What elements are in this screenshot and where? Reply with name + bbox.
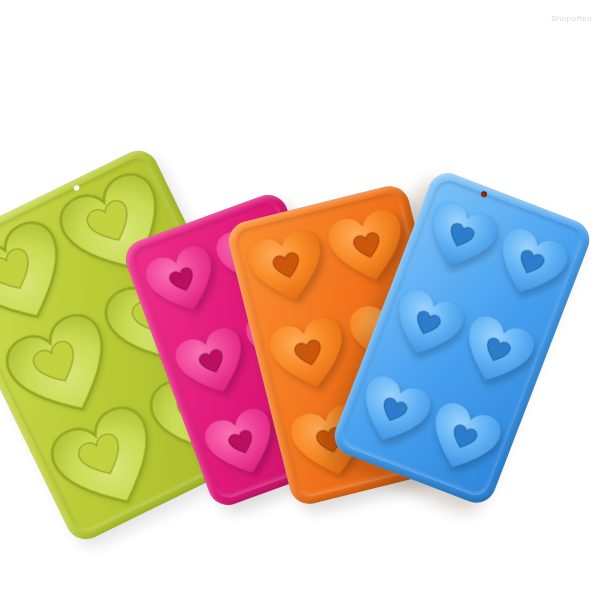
product-photo: Shopoften — [0, 0, 600, 600]
watermark: Shopoften — [551, 14, 592, 23]
